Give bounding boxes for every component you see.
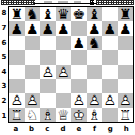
black-knight-f6[interactable]: ♞: [88, 36, 101, 50]
square-d4[interactable]: ♟♙: [56, 65, 72, 79]
black-pawn-g7[interactable]: ♟: [103, 21, 116, 35]
header-pixel-text-left: [1, 0, 35, 5]
square-g1[interactable]: [102, 108, 118, 122]
square-h4[interactable]: [118, 65, 134, 79]
square-h8[interactable]: ♜: [118, 7, 134, 21]
black-king-e8[interactable]: ♚: [72, 7, 85, 21]
square-f2[interactable]: ♟♙: [87, 93, 103, 107]
file-label-f: f: [87, 123, 103, 134]
square-a5[interactable]: [9, 50, 25, 64]
file-label-g: g: [103, 123, 119, 134]
square-c1[interactable]: ♝♗: [40, 108, 56, 122]
square-c8[interactable]: ♝: [40, 7, 56, 21]
square-d1[interactable]: ♛♕: [56, 108, 72, 122]
black-queen-d8[interactable]: ♛: [57, 7, 70, 21]
square-a7[interactable]: ♟: [9, 21, 25, 35]
black-rook-a8[interactable]: ♜: [10, 7, 23, 21]
square-b7[interactable]: ♟: [25, 21, 41, 35]
white-bishop-c1[interactable]: ♝♗: [41, 108, 54, 122]
square-c6[interactable]: [40, 36, 56, 50]
square-e2[interactable]: ♟♙: [71, 93, 87, 107]
square-b3[interactable]: [25, 79, 41, 93]
square-d8[interactable]: ♛: [56, 7, 72, 21]
black-rook-h8[interactable]: ♜: [119, 7, 132, 21]
square-h6[interactable]: [118, 36, 134, 50]
white-pawn-e2[interactable]: ♟♙: [72, 93, 85, 107]
square-g2[interactable]: ♟♙: [102, 93, 118, 107]
square-a8[interactable]: ♜: [9, 7, 25, 21]
square-e5[interactable]: [71, 50, 87, 64]
black-pawn-e6[interactable]: ♟: [72, 36, 85, 50]
square-c2[interactable]: [40, 93, 56, 107]
square-g5[interactable]: [102, 50, 118, 64]
white-knight-b1[interactable]: ♞♘: [26, 108, 39, 122]
square-c3[interactable]: [40, 79, 56, 93]
white-rook-a1[interactable]: ♜♖: [10, 108, 23, 122]
square-b1[interactable]: ♞♘: [25, 108, 41, 122]
square-c4[interactable]: ♟♙: [40, 65, 56, 79]
white-pawn-d4[interactable]: ♟♙: [57, 65, 70, 79]
white-rook-h1[interactable]: ♜♖: [119, 108, 132, 122]
black-pawn-f7[interactable]: ♟: [88, 21, 101, 35]
rank-label-4: 4: [0, 65, 8, 80]
square-e8[interactable]: ♚: [71, 7, 87, 21]
square-g6[interactable]: [102, 36, 118, 50]
square-g3[interactable]: [102, 79, 118, 93]
square-f6[interactable]: ♞: [87, 36, 103, 50]
black-bishop-f8[interactable]: ♝: [88, 7, 101, 21]
header-dash: [74, 1, 81, 3]
file-label-d: d: [55, 123, 71, 134]
file-label-b: b: [24, 123, 40, 134]
header-dash: [58, 1, 68, 3]
header-dash: [44, 1, 52, 3]
rank-labels: 87654321: [0, 6, 8, 123]
square-d7[interactable]: ♟: [56, 21, 72, 35]
square-h3[interactable]: [118, 79, 134, 93]
white-pawn-h2[interactable]: ♟♙: [119, 93, 132, 107]
square-e1[interactable]: ♚♔: [71, 108, 87, 122]
chess-board[interactable]: ♜♞♝♛♚♝♜♟♟♟♟♟♟♟♟♞♟♙♟♙♟♙♟♙♟♙♟♙♟♙♟♙♜♖♞♘♝♗♛♕…: [8, 6, 134, 123]
black-bishop-c8[interactable]: ♝: [41, 7, 54, 21]
black-pawn-h7[interactable]: ♟: [119, 21, 132, 35]
square-h1[interactable]: ♜♖: [118, 108, 134, 122]
white-pawn-b2[interactable]: ♟♙: [26, 93, 39, 107]
black-pawn-c7[interactable]: ♟: [41, 21, 54, 35]
white-pawn-c4[interactable]: ♟♙: [41, 65, 54, 79]
rank-label-8: 8: [0, 6, 8, 21]
square-e3[interactable]: [71, 79, 87, 93]
square-c7[interactable]: ♟: [40, 21, 56, 35]
rank-label-7: 7: [0, 21, 8, 36]
square-f8[interactable]: ♝: [87, 7, 103, 21]
white-king-e1[interactable]: ♚♔: [72, 108, 85, 122]
rank-label-5: 5: [0, 50, 8, 65]
square-d2[interactable]: [56, 93, 72, 107]
square-f3[interactable]: [87, 79, 103, 93]
square-a4[interactable]: [9, 65, 25, 79]
file-label-e: e: [71, 123, 87, 134]
square-b8[interactable]: ♞: [25, 7, 41, 21]
chess-app-screen: 87654321 ♜♞♝♛♚♝♜♟♟♟♟♟♟♟♟♞♟♙♟♙♟♙♟♙♟♙♟♙♟♙♟…: [0, 0, 135, 135]
square-f4[interactable]: [87, 65, 103, 79]
square-a2[interactable]: ♟♙: [9, 93, 25, 107]
square-g7[interactable]: ♟: [102, 21, 118, 35]
black-pawn-d7[interactable]: ♟: [57, 21, 70, 35]
square-h2[interactable]: ♟♙: [118, 93, 134, 107]
header-pixel-text-right: [96, 0, 134, 5]
square-h7[interactable]: ♟: [118, 21, 134, 35]
file-label-a: a: [8, 123, 24, 134]
header-dots: [90, 0, 94, 5]
square-a3[interactable]: [9, 79, 25, 93]
black-knight-b8[interactable]: ♞: [26, 7, 39, 21]
square-f1[interactable]: ♝♗: [87, 108, 103, 122]
rank-label-3: 3: [0, 79, 8, 94]
square-f5[interactable]: [87, 50, 103, 64]
black-pawn-a7[interactable]: ♟: [10, 21, 23, 35]
square-a6[interactable]: [9, 36, 25, 50]
file-labels: abcdefgh: [8, 123, 134, 134]
header-divider-line: [34, 3, 97, 4]
square-d6[interactable]: [56, 36, 72, 50]
white-bishop-f1[interactable]: ♝♗: [88, 108, 101, 122]
white-pawn-a2[interactable]: ♟♙: [10, 93, 23, 107]
white-queen-d1[interactable]: ♛♕: [57, 108, 70, 122]
square-d3[interactable]: [56, 79, 72, 93]
square-a1[interactable]: ♜♖: [9, 108, 25, 122]
file-label-h: h: [118, 123, 134, 134]
square-b5[interactable]: [25, 50, 41, 64]
square-c5[interactable]: [40, 50, 56, 64]
file-label-c: c: [40, 123, 56, 134]
rank-label-6: 6: [0, 35, 8, 50]
square-b4[interactable]: [25, 65, 41, 79]
square-h5[interactable]: [118, 50, 134, 64]
rank-label-1: 1: [0, 108, 8, 123]
square-f7[interactable]: ♟: [87, 21, 103, 35]
square-g8[interactable]: [102, 7, 118, 21]
square-e6[interactable]: ♟: [71, 36, 87, 50]
square-d5[interactable]: [56, 50, 72, 64]
square-e4[interactable]: [71, 65, 87, 79]
white-pawn-g2[interactable]: ♟♙: [103, 93, 116, 107]
white-pawn-f2[interactable]: ♟♙: [88, 93, 101, 107]
square-g4[interactable]: [102, 65, 118, 79]
black-pawn-b7[interactable]: ♟: [26, 21, 39, 35]
square-b2[interactable]: ♟♙: [25, 93, 41, 107]
rank-label-2: 2: [0, 94, 8, 109]
square-e7[interactable]: [71, 21, 87, 35]
square-b6[interactable]: [25, 36, 41, 50]
